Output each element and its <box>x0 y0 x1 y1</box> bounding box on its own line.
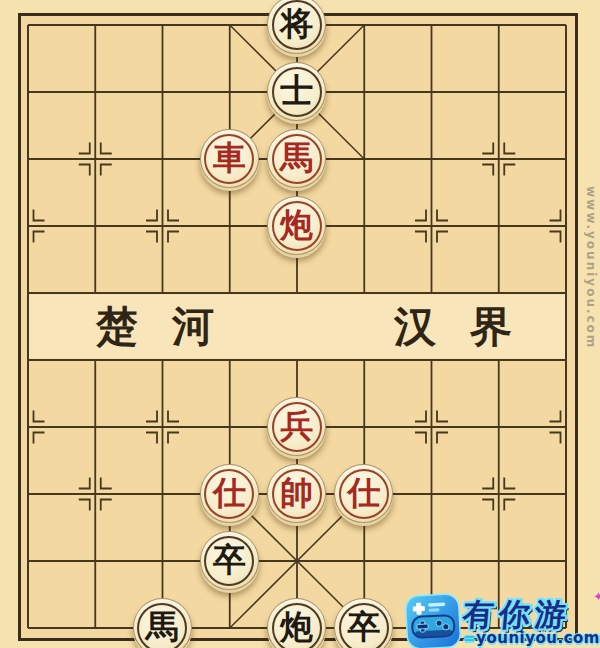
xiangqi-board-screenshot: 楚河 汉界 将士車馬炮兵仕帥仕卒馬炮卒 www.youniyou.com <box>0 0 600 648</box>
piece-red-炮[interactable]: 炮 <box>267 196 326 255</box>
piece-black-士[interactable]: 士 <box>267 62 326 121</box>
piece-glyph: 炮 <box>280 610 313 643</box>
piece-glyph: 卒 <box>213 543 246 576</box>
piece-glyph: 馬 <box>280 141 313 174</box>
gamepad-icon <box>404 591 463 648</box>
piece-glyph: 馬 <box>146 610 179 643</box>
board-grid: 将士車馬炮兵仕帥仕卒馬炮卒 <box>0 0 599 648</box>
piece-red-仕[interactable]: 仕 <box>200 464 259 523</box>
logo-site-text: =youniyou.com <box>463 630 600 647</box>
piece-glyph: 仕 <box>347 476 380 509</box>
piece-black-卒[interactable]: 卒 <box>334 598 393 648</box>
piece-glyph: 士 <box>280 74 313 107</box>
piece-red-馬[interactable]: 馬 <box>267 129 326 188</box>
piece-black-卒[interactable]: 卒 <box>200 531 259 590</box>
piece-glyph: 卒 <box>347 610 380 643</box>
piece-glyph: 帥 <box>280 476 313 509</box>
piece-glyph: 将 <box>280 7 313 40</box>
piece-glyph: 車 <box>213 141 246 174</box>
piece-glyph: 仕 <box>213 476 246 509</box>
sparkle-icon: ✦ <box>593 589 600 604</box>
piece-red-兵[interactable]: 兵 <box>267 397 326 456</box>
piece-red-帥[interactable]: 帥 <box>267 464 326 523</box>
piece-black-将[interactable]: 将 <box>267 0 326 54</box>
piece-red-車[interactable]: 車 <box>200 129 259 188</box>
piece-red-仕[interactable]: 仕 <box>334 464 393 523</box>
logo-text: ✦ 有你游 =youniyou.com <box>463 599 600 648</box>
piece-black-炮[interactable]: 炮 <box>267 598 326 648</box>
youniyou-logo: ✦ 有你游 =youniyou.com <box>405 592 600 648</box>
piece-glyph: 炮 <box>280 208 313 241</box>
piece-glyph: 兵 <box>280 409 313 442</box>
logo-brand-text: 有你游 <box>462 599 573 630</box>
piece-black-馬[interactable]: 馬 <box>133 598 192 648</box>
